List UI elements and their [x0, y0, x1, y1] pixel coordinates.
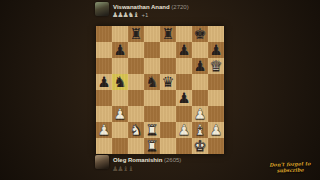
square-h7[interactable]: ♟	[208, 42, 224, 58]
square-b8[interactable]	[112, 26, 128, 42]
square-c1[interactable]	[128, 138, 144, 154]
top-player-name-text: Viswanathan Anand	[113, 4, 170, 10]
top-captured-pieces: ♟♟♟♞♝+1	[112, 12, 148, 19]
square-d8[interactable]	[144, 26, 160, 42]
bottom-player-name-text: Oleg Romanishin	[113, 157, 162, 163]
square-h5[interactable]	[208, 74, 224, 90]
square-g3[interactable]: ♟	[192, 106, 208, 122]
bottom-player-avatar	[95, 155, 109, 169]
video-frame: Viswanathan Anand (2720) ♟♟♟♞♝+1 ♜♜♚♟♟♟♟…	[0, 0, 320, 180]
square-e2[interactable]	[160, 122, 176, 138]
black-queen-e5: ♛	[160, 74, 176, 90]
square-a8[interactable]	[96, 26, 112, 42]
white-king-g1: ♚	[192, 138, 208, 154]
white-pawn-a2: ♟	[96, 122, 112, 138]
square-c3[interactable]	[128, 106, 144, 122]
top-material-advantage: +1	[141, 12, 148, 18]
top-player-rating: (2720)	[171, 4, 188, 10]
square-f8[interactable]	[176, 26, 192, 42]
top-player-name: Viswanathan Anand (2720)	[113, 4, 189, 10]
top-player-avatar	[95, 2, 109, 16]
white-pawn-f2: ♟	[176, 122, 192, 138]
square-f7[interactable]: ♟	[176, 42, 192, 58]
square-c2[interactable]: ♞	[128, 122, 144, 138]
square-b3[interactable]: ♟	[112, 106, 128, 122]
square-e6[interactable]	[160, 58, 176, 74]
square-g5[interactable]	[192, 74, 208, 90]
square-e8[interactable]: ♜	[160, 26, 176, 42]
square-d3[interactable]	[144, 106, 160, 122]
square-e7[interactable]	[160, 42, 176, 58]
square-c6[interactable]	[128, 58, 144, 74]
black-pawn-h7: ♟	[208, 42, 224, 58]
square-g4[interactable]	[192, 90, 208, 106]
square-h4[interactable]	[208, 90, 224, 106]
square-d7[interactable]	[144, 42, 160, 58]
white-rook-d2: ♜	[144, 122, 160, 138]
square-f6[interactable]	[176, 58, 192, 74]
square-d5[interactable]: ♞	[144, 74, 160, 90]
square-e1[interactable]	[160, 138, 176, 154]
square-g2[interactable]: ♝	[192, 122, 208, 138]
square-a2[interactable]: ♟	[96, 122, 112, 138]
white-knight-c2: ♞	[128, 122, 144, 138]
bottom-player-rating: (2605)	[164, 157, 181, 163]
square-d6[interactable]	[144, 58, 160, 74]
black-pawn-b7: ♟	[112, 42, 128, 58]
black-knight-d5: ♞	[144, 74, 160, 90]
square-e4[interactable]	[160, 90, 176, 106]
square-c4[interactable]	[128, 90, 144, 106]
square-d1[interactable]: ♜	[144, 138, 160, 154]
square-c5[interactable]	[128, 74, 144, 90]
square-b4[interactable]	[112, 90, 128, 106]
square-h1[interactable]	[208, 138, 224, 154]
square-b6[interactable]	[112, 58, 128, 74]
square-g6[interactable]: ♟	[192, 58, 208, 74]
black-pawn-g6: ♟	[192, 58, 208, 74]
square-g1[interactable]: ♚	[192, 138, 208, 154]
white-bishop-g2: ♝	[192, 122, 208, 138]
square-b5[interactable]: ♞	[112, 74, 128, 90]
square-d4[interactable]	[144, 90, 160, 106]
white-rook-d1: ♜	[144, 138, 160, 154]
subscribe-text: Don't forget to subscribe	[264, 160, 316, 174]
chess-board[interactable]: ♜♜♚♟♟♟♟♛♟♞♞♛♟♟♟♟♞♜♟♝♟♜♚	[96, 26, 224, 154]
black-rook-e8: ♜	[160, 26, 176, 42]
black-pawn-f4: ♟	[176, 90, 192, 106]
white-pawn-g3: ♟	[192, 106, 208, 122]
white-queen-h6: ♛	[208, 58, 224, 74]
square-e3[interactable]	[160, 106, 176, 122]
square-c7[interactable]	[128, 42, 144, 58]
square-h2[interactable]: ♟	[208, 122, 224, 138]
square-a7[interactable]	[96, 42, 112, 58]
square-f2[interactable]: ♟	[176, 122, 192, 138]
square-e5[interactable]: ♛	[160, 74, 176, 90]
square-g8[interactable]: ♚	[192, 26, 208, 42]
square-a1[interactable]	[96, 138, 112, 154]
square-a5[interactable]: ♟	[96, 74, 112, 90]
black-pawn-f7: ♟	[176, 42, 192, 58]
square-h8[interactable]	[208, 26, 224, 42]
square-h3[interactable]	[208, 106, 224, 122]
bottom-player-name: Oleg Romanishin (2605)	[113, 157, 181, 163]
square-g7[interactable]	[192, 42, 208, 58]
square-f3[interactable]	[176, 106, 192, 122]
square-a3[interactable]	[96, 106, 112, 122]
black-rook-c8: ♜	[128, 26, 144, 42]
white-pawn-b3: ♟	[112, 106, 128, 122]
square-c8[interactable]: ♜	[128, 26, 144, 42]
square-a6[interactable]	[96, 58, 112, 74]
square-b1[interactable]	[112, 138, 128, 154]
white-pawn-h2: ♟	[208, 122, 224, 138]
black-pawn-a5: ♟	[96, 74, 112, 90]
square-b7[interactable]: ♟	[112, 42, 128, 58]
square-a4[interactable]	[96, 90, 112, 106]
square-f4[interactable]: ♟	[176, 90, 192, 106]
square-f1[interactable]	[176, 138, 192, 154]
square-d2[interactable]: ♜	[144, 122, 160, 138]
square-h6[interactable]: ♛	[208, 58, 224, 74]
bottom-captured-pieces: ♟♟♝♝	[112, 166, 136, 173]
bottom-captured-icons: ♟♟♝♝	[112, 165, 133, 173]
black-knight-b5: ♞	[112, 74, 128, 90]
black-king-g8: ♚	[192, 26, 208, 42]
square-f5[interactable]	[176, 74, 192, 90]
square-b2[interactable]	[112, 122, 128, 138]
top-captured-icons: ♟♟♟♞♝	[112, 11, 138, 19]
